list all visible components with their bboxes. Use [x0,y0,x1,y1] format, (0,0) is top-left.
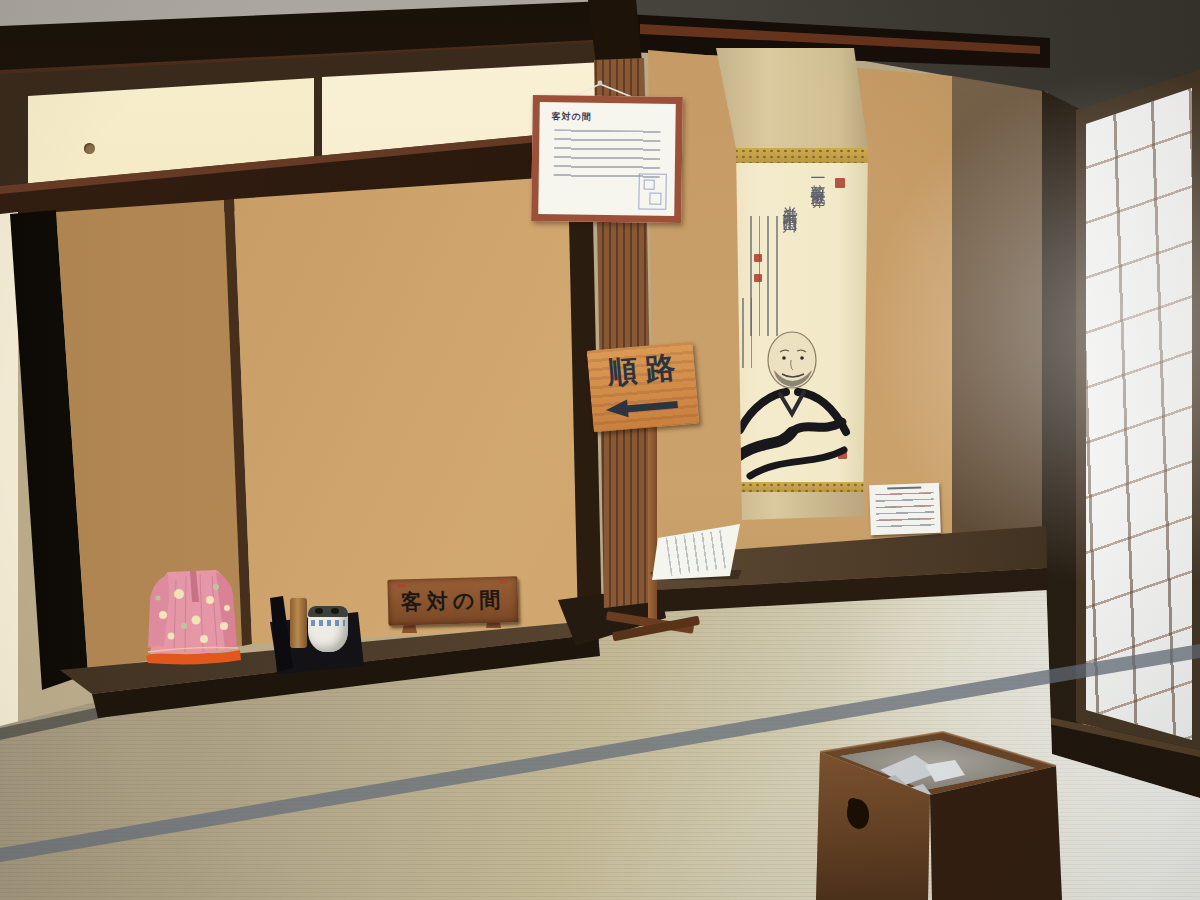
room-photo: 一粒粟中蔵世界 半升鐺内煮山川 客対の間 [0,0,1200,900]
light-vignette [0,0,1200,900]
